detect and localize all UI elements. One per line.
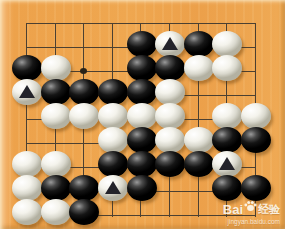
star-point [80,68,87,74]
black-stone [98,151,128,177]
white-stone [12,199,42,225]
black-stone [127,79,157,105]
triangle-marker [105,181,121,194]
intersection [98,179,127,203]
black-stone [127,127,157,153]
white-stone [241,103,271,129]
intersection [155,179,184,203]
intersection [183,59,212,83]
triangle-marker [219,157,235,170]
white-stone-marked [12,79,42,105]
white-stone [12,151,42,177]
white-stone [41,55,71,81]
intersection [183,83,212,107]
black-stone [212,175,242,201]
white-stone-marked [212,151,242,177]
white-stone [212,55,242,81]
white-stone [212,103,242,129]
watermark-url: jingyan.baidu.com [223,219,280,226]
black-stone [127,151,157,177]
black-stone [12,55,42,81]
black-stone [184,151,214,177]
watermark-brand-cn: 经验 [258,204,280,216]
black-stone [69,79,99,105]
intersection [12,203,41,227]
intersection [183,203,212,227]
white-stone [69,103,99,129]
black-stone [69,175,99,201]
black-stone [241,175,271,201]
black-stone [41,79,71,105]
watermark: Bai 经验 jingyan.baidu.com [223,201,280,226]
triangle-marker [162,37,178,50]
intersection [69,35,98,59]
intersection [155,203,184,227]
white-stone [184,127,214,153]
intersection [212,59,241,83]
white-stone [98,127,128,153]
intersection [69,107,98,131]
black-stone [127,175,157,201]
board-grid [12,11,270,227]
black-stone [127,31,157,57]
triangle-marker [19,85,35,98]
intersection [126,203,155,227]
paw-icon [244,199,257,216]
black-stone [155,55,185,81]
white-stone [12,175,42,201]
intersection [183,179,212,203]
white-stone-marked [98,175,128,201]
white-stone-marked [155,31,185,57]
intersection [40,11,69,35]
black-stone [69,199,99,225]
black-stone [98,79,128,105]
black-stone [184,31,214,57]
black-stone [127,55,157,81]
intersection [212,179,241,203]
black-stone [241,127,271,153]
intersection [69,11,98,35]
intersection [241,131,270,155]
intersection [241,35,270,59]
black-stone [155,151,185,177]
intersection [98,203,127,227]
black-stone [212,127,242,153]
white-stone [98,103,128,129]
white-stone [212,31,242,57]
intersection [126,179,155,203]
intersection [98,11,127,35]
white-stone [127,103,157,129]
white-stone [155,103,185,129]
intersection [12,83,41,107]
intersection [69,203,98,227]
intersection [40,203,69,227]
black-stone [41,175,71,201]
white-stone [184,55,214,81]
white-stone [41,103,71,129]
intersection [40,107,69,131]
intersection [241,59,270,83]
white-stone [155,79,185,105]
intersection [12,107,41,131]
intersection [98,35,127,59]
white-stone [41,151,71,177]
watermark-brand-latin: Bai [223,203,243,217]
intersection [69,131,98,155]
intersection [241,11,270,35]
intersection [183,155,212,179]
go-board-diagram: Bai 经验 jingyan.baidu.com [0,0,285,229]
white-stone [155,127,185,153]
intersection [155,155,184,179]
intersection [12,11,41,35]
white-stone [41,199,71,225]
